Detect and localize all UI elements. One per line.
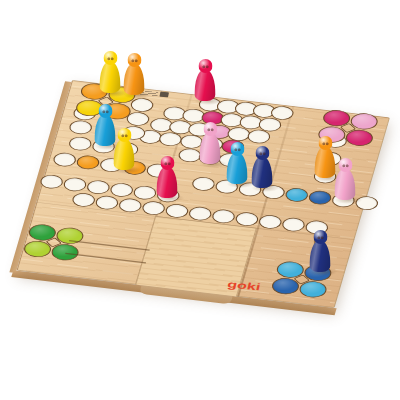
pawn-body [124,64,145,95]
pawn-head [338,158,352,172]
pawn-head [255,146,269,160]
pawn-yellow[interactable] [100,51,121,95]
pawn-body [114,139,135,170]
pawn-head [103,51,117,65]
pawn-navy[interactable] [310,230,331,274]
pawn-body [227,153,248,184]
pawn-head [127,53,141,67]
pawn-head [318,136,332,150]
pawn-head [203,122,217,136]
pawn-head [117,128,131,142]
pawn-layer [0,0,400,400]
pawn-head [313,230,327,244]
pawn-head [198,59,212,73]
pawn-body [335,169,356,200]
pawn-body [95,115,116,146]
pawn-navy[interactable] [252,146,273,190]
pawn-head [230,142,244,156]
pawn-body [252,157,273,188]
pawn-crimson[interactable] [195,59,216,103]
pawn-body [315,147,336,178]
pawn-body [157,167,178,198]
pawn-head [98,104,112,118]
pawn-pink[interactable] [200,122,221,166]
pawn-body [100,62,121,93]
pawn-head [160,156,174,170]
pawn-orange[interactable] [315,136,336,180]
pawn-body [195,70,216,101]
pawn-yellow[interactable] [114,128,135,172]
pawn-blue[interactable] [95,104,116,148]
pawn-crimson[interactable] [157,156,178,200]
product-photo-scene: goki [0,0,400,400]
pawn-body [200,133,221,164]
pawn-body [310,241,331,272]
pawn-orange[interactable] [124,53,145,97]
pawn-blue[interactable] [227,142,248,186]
pawn-pink[interactable] [335,158,356,202]
